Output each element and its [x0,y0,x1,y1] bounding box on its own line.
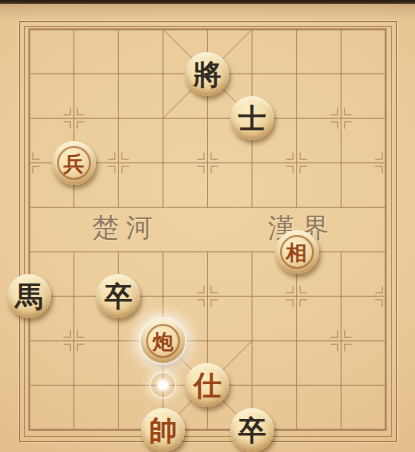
piece-label: 卒 [104,283,132,311]
piece-label: 士 [238,105,266,133]
piece-label: 帥 [149,417,177,445]
move-indicator-dot[interactable] [150,372,176,398]
piece-label: 將 [193,61,221,89]
piece-label: 相 [286,242,307,263]
top-edge-bar [0,0,415,4]
piece-red-cannon[interactable]: 炮 [141,319,185,363]
board-plane: 將士兵相馬卒炮仕帥卒 [7,7,408,452]
piece-red-soldier[interactable]: 兵 [52,141,96,185]
piece-black-soldier[interactable]: 卒 [230,408,274,452]
piece-black-horse[interactable]: 馬 [7,274,51,318]
xiangqi-board: 楚河 漢界 將士兵相馬卒炮仕帥卒 [0,0,415,452]
piece-label: 馬 [15,283,43,311]
piece-black-advisor[interactable]: 士 [230,96,274,140]
piece-label: 仕 [193,372,221,400]
piece-black-soldier[interactable]: 卒 [96,274,140,318]
piece-label: 炮 [152,331,173,352]
piece-label: 兵 [63,153,84,174]
piece-red-general[interactable]: 帥 [141,408,185,452]
piece-label: 卒 [238,417,266,445]
piece-red-elephant[interactable]: 相 [275,230,319,274]
piece-red-advisor[interactable]: 仕 [185,363,229,407]
piece-black-general[interactable]: 將 [185,52,229,96]
